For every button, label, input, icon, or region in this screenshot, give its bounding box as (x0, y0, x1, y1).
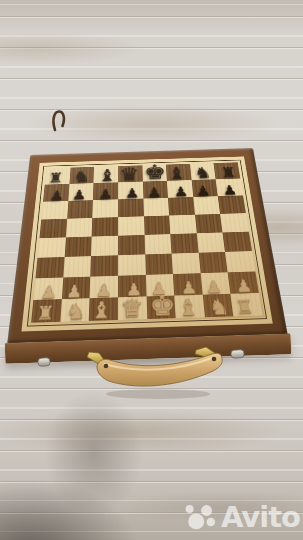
square-c1: ♝ (89, 297, 118, 321)
square-f4 (170, 233, 198, 253)
square-h3 (225, 251, 255, 272)
square-c8: ♝ (94, 166, 118, 183)
square-g5 (195, 214, 223, 233)
square-b4 (64, 237, 91, 257)
piece-black-pawn-f7: ♟ (173, 185, 188, 198)
piece-black-pawn-a7: ♟ (49, 189, 64, 202)
square-f3 (172, 253, 201, 274)
square-b6 (67, 200, 93, 219)
handle-and-latches (0, 330, 303, 415)
square-d7: ♟ (118, 182, 143, 200)
piece-white-pawn-a2: ♟ (40, 284, 57, 301)
square-c4 (91, 236, 118, 256)
piece-black-king-e8: ♚ (144, 162, 167, 182)
square-d4 (118, 235, 145, 255)
square-b8: ♞ (69, 167, 94, 184)
square-c3 (90, 255, 118, 276)
square-e5 (144, 216, 171, 235)
square-g1: ♞ (203, 294, 234, 317)
square-g7: ♟ (191, 179, 218, 197)
square-a7: ♟ (43, 184, 69, 202)
square-e4 (144, 234, 171, 254)
square-a6 (41, 201, 68, 220)
handle-screw-right (212, 357, 217, 362)
square-a5 (39, 219, 66, 238)
square-d3 (118, 254, 145, 275)
square-h8: ♜ (214, 162, 241, 179)
piece-white-pawn-b2: ♟ (66, 283, 83, 300)
square-d5 (118, 216, 144, 235)
chess-case: ♜♞♝♛♚♝♞♜♟♟♟♟♟♟♟♟♟♟♟♟♟♟♟♟♜♞♝♛♚♝♞♜ (7, 148, 288, 344)
piece-black-rook-h8: ♜ (220, 166, 237, 180)
piece-white-pawn-g2: ♟ (205, 278, 223, 295)
square-a4 (38, 237, 66, 257)
avito-watermark-text: Avito (221, 500, 300, 534)
square-a3 (35, 257, 64, 278)
square-h5 (220, 213, 249, 232)
square-a2: ♟ (33, 277, 63, 299)
square-d8: ♛ (118, 165, 142, 182)
square-e1: ♚ (146, 296, 176, 320)
avito-watermark: Avito (183, 500, 300, 534)
piece-black-pawn-c7: ♟ (98, 187, 113, 200)
piece-white-bishop-f1: ♝ (177, 296, 200, 319)
square-c2: ♟ (90, 276, 118, 298)
square-e3 (145, 254, 173, 275)
square-b1: ♞ (60, 298, 90, 322)
piece-black-pawn-g7: ♟ (195, 184, 211, 197)
piece-black-pawn-h7: ♟ (222, 183, 238, 196)
square-h1: ♜ (231, 293, 263, 316)
piece-black-knight-g8: ♞ (194, 165, 213, 180)
piece-black-bishop-c8: ♝ (98, 167, 117, 184)
square-f6 (168, 197, 195, 216)
piece-white-queen-d1: ♛ (121, 296, 145, 321)
square-h7: ♟ (216, 179, 243, 197)
square-b5 (66, 218, 93, 237)
piece-white-rook-a1: ♜ (35, 304, 55, 324)
photo-canvas: ♜♞♝♛♚♝♞♜♟♟♟♟♟♟♟♟♟♟♟♟♟♟♟♟♜♞♝♛♚♝♞♜ (0, 0, 303, 540)
piece-black-rook-a8: ♜ (47, 171, 64, 185)
square-b2: ♟ (62, 277, 91, 299)
piece-black-queen-d8: ♛ (119, 165, 139, 183)
piece-white-knight-g1: ♞ (208, 297, 230, 318)
square-g4 (197, 232, 226, 252)
piece-black-pawn-e7: ♟ (147, 186, 162, 199)
piece-black-pawn-b7: ♟ (72, 188, 87, 201)
piece-white-knight-b1: ♞ (65, 301, 86, 323)
square-g3 (198, 252, 227, 273)
latch-pin-right (231, 350, 244, 359)
piece-black-knight-b8: ♞ (73, 169, 91, 185)
square-f5 (169, 215, 196, 234)
square-f1: ♝ (174, 295, 204, 319)
piece-white-bishop-c1: ♝ (91, 298, 113, 321)
square-c7: ♟ (93, 182, 118, 200)
square-d1: ♛ (118, 296, 147, 320)
square-b3 (63, 256, 91, 277)
square-f8: ♝ (166, 164, 191, 181)
piece-white-pawn-h2: ♟ (235, 278, 253, 295)
square-h4 (223, 232, 252, 252)
square-f2: ♟ (173, 273, 203, 295)
square-c5 (92, 217, 118, 236)
piece-black-pawn-d7: ♟ (125, 186, 140, 199)
latch-pin-left (38, 358, 50, 367)
chess-board: ♜♞♝♛♚♝♞♜♟♟♟♟♟♟♟♟♟♟♟♟♟♟♟♟♜♞♝♛♚♝♞♜ (31, 162, 262, 322)
square-a1: ♜ (31, 299, 61, 323)
piece-white-rook-h1: ♜ (235, 298, 256, 318)
hinge-loop-icon (50, 108, 70, 132)
handle-screw-left (104, 364, 109, 369)
square-g2: ♟ (200, 272, 230, 294)
square-e8: ♚ (142, 165, 167, 182)
square-b7: ♟ (68, 183, 94, 201)
square-c6 (92, 199, 118, 218)
square-a8: ♜ (45, 168, 71, 185)
piece-white-king-e1: ♚ (149, 292, 176, 320)
square-h6 (218, 195, 246, 213)
square-e7: ♟ (143, 181, 169, 199)
square-e6 (143, 198, 169, 217)
square-f7: ♟ (167, 180, 193, 198)
square-h2: ♟ (228, 271, 259, 293)
piece-black-bishop-f8: ♝ (167, 165, 187, 182)
square-g8: ♞ (190, 163, 216, 180)
avito-logo-icon (183, 501, 216, 534)
square-g6 (193, 196, 220, 215)
square-d6 (118, 199, 144, 218)
